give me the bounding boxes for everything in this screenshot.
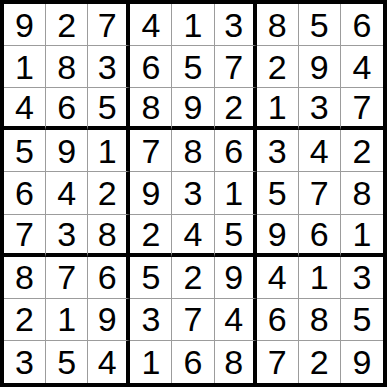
cell-r3c5[interactable]: 9 [172,88,214,130]
cell-r1c8[interactable]: 5 [299,4,341,46]
cell-r1c9[interactable]: 6 [341,4,383,46]
cell-r8c1[interactable]: 2 [4,299,46,341]
cell-r5c5[interactable]: 3 [172,172,214,214]
cell-r8c6[interactable]: 4 [215,299,257,341]
cell-r6c5[interactable]: 4 [172,215,214,257]
cell-r9c3[interactable]: 4 [88,341,130,383]
cell-r5c2[interactable]: 4 [46,172,88,214]
cell-r5c7[interactable]: 5 [257,172,299,214]
cell-r5c8[interactable]: 7 [299,172,341,214]
cell-r7c8[interactable]: 1 [299,257,341,299]
cell-r7c1[interactable]: 8 [4,257,46,299]
cell-r8c8[interactable]: 8 [299,299,341,341]
cell-r2c8[interactable]: 9 [299,46,341,88]
cell-r6c2[interactable]: 3 [46,215,88,257]
cell-r2c3[interactable]: 3 [88,46,130,88]
cell-r6c3[interactable]: 8 [88,215,130,257]
cell-r5c9[interactable]: 8 [341,172,383,214]
cell-r6c6[interactable]: 5 [215,215,257,257]
cell-r5c3[interactable]: 2 [88,172,130,214]
cell-r2c9[interactable]: 4 [341,46,383,88]
cell-r9c1[interactable]: 3 [4,341,46,383]
cell-r2c1[interactable]: 1 [4,46,46,88]
cell-r2c7[interactable]: 2 [257,46,299,88]
cell-r7c3[interactable]: 6 [88,257,130,299]
cell-r8c3[interactable]: 9 [88,299,130,341]
cell-r1c5[interactable]: 1 [172,4,214,46]
cell-r9c2[interactable]: 5 [46,341,88,383]
cell-r3c8[interactable]: 3 [299,88,341,130]
cell-r6c1[interactable]: 7 [4,215,46,257]
cell-r5c1[interactable]: 6 [4,172,46,214]
cell-r6c7[interactable]: 9 [257,215,299,257]
cell-r2c2[interactable]: 8 [46,46,88,88]
cell-r8c7[interactable]: 6 [257,299,299,341]
cell-r3c2[interactable]: 6 [46,88,88,130]
cell-r4c1[interactable]: 5 [4,130,46,172]
cell-r2c6[interactable]: 7 [215,46,257,88]
cell-r1c4[interactable]: 4 [130,4,172,46]
cell-r2c4[interactable]: 6 [130,46,172,88]
cell-r5c6[interactable]: 1 [215,172,257,214]
cell-r9c6[interactable]: 8 [215,341,257,383]
cell-r1c3[interactable]: 7 [88,4,130,46]
cell-r3c6[interactable]: 2 [215,88,257,130]
cell-r4c7[interactable]: 3 [257,130,299,172]
cell-r1c7[interactable]: 8 [257,4,299,46]
cell-r2c5[interactable]: 5 [172,46,214,88]
cell-r1c6[interactable]: 3 [215,4,257,46]
cell-r4c6[interactable]: 6 [215,130,257,172]
cell-r3c4[interactable]: 8 [130,88,172,130]
cell-r4c4[interactable]: 7 [130,130,172,172]
cell-r4c3[interactable]: 1 [88,130,130,172]
cell-r3c1[interactable]: 4 [4,88,46,130]
cell-r1c1[interactable]: 9 [4,4,46,46]
cell-r9c7[interactable]: 7 [257,341,299,383]
cell-r3c7[interactable]: 1 [257,88,299,130]
cell-r6c8[interactable]: 6 [299,215,341,257]
cell-r8c9[interactable]: 5 [341,299,383,341]
cell-r6c9[interactable]: 1 [341,215,383,257]
cell-r9c8[interactable]: 2 [299,341,341,383]
cell-r7c9[interactable]: 3 [341,257,383,299]
cell-r4c9[interactable]: 2 [341,130,383,172]
cell-r7c2[interactable]: 7 [46,257,88,299]
cell-r3c3[interactable]: 5 [88,88,130,130]
cell-r1c2[interactable]: 2 [46,4,88,46]
cell-r9c4[interactable]: 1 [130,341,172,383]
cell-r7c5[interactable]: 2 [172,257,214,299]
cell-r7c6[interactable]: 9 [215,257,257,299]
cell-r5c4[interactable]: 9 [130,172,172,214]
cell-r8c5[interactable]: 7 [172,299,214,341]
cell-r7c4[interactable]: 5 [130,257,172,299]
cell-r4c5[interactable]: 8 [172,130,214,172]
cell-r9c9[interactable]: 9 [341,341,383,383]
cell-r8c2[interactable]: 1 [46,299,88,341]
cell-r4c2[interactable]: 9 [46,130,88,172]
cell-r3c9[interactable]: 7 [341,88,383,130]
sudoku-board: 9274138561836572944658921375917863426429… [0,0,387,387]
cell-r6c4[interactable]: 2 [130,215,172,257]
cell-r8c4[interactable]: 3 [130,299,172,341]
cell-r7c7[interactable]: 4 [257,257,299,299]
cell-r4c8[interactable]: 4 [299,130,341,172]
cell-r9c5[interactable]: 6 [172,341,214,383]
